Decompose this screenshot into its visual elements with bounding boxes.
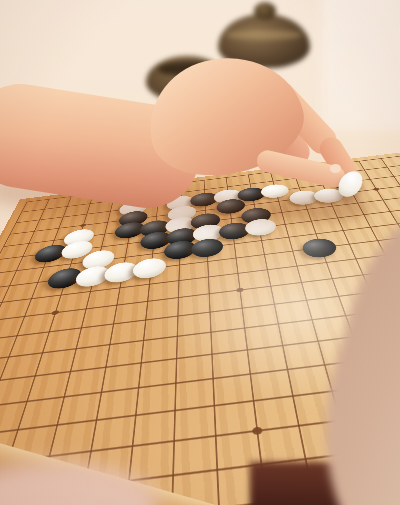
star-point: [252, 426, 263, 435]
star-point: [51, 310, 60, 315]
photo-scene: [0, 0, 400, 505]
fingernail: [330, 164, 341, 173]
star-point: [373, 188, 380, 191]
censer-rim: [226, 30, 302, 40]
censer-lid-knob: [254, 2, 276, 20]
star-point: [80, 224, 87, 227]
